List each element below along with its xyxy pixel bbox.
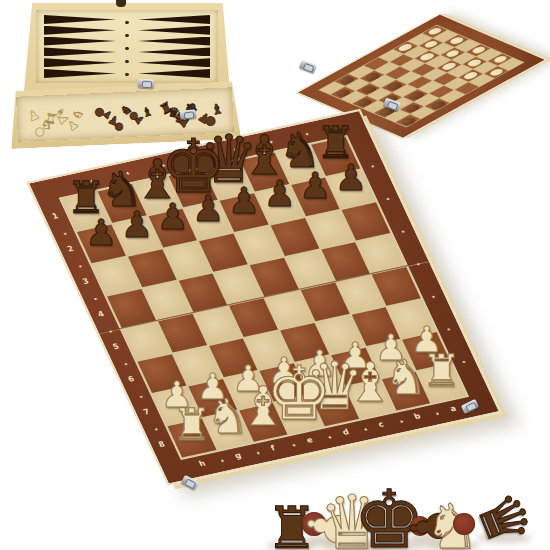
loose-pieces-group: ♜♟♛♚♟♞♛ xyxy=(0,0,550,550)
product-photo-stage: ♟♞♝♟●♟♞♜●♟♞♟●♝♟●♜♞♚♟♝♟●♛ 12345678hgfedcb… xyxy=(0,0,550,550)
